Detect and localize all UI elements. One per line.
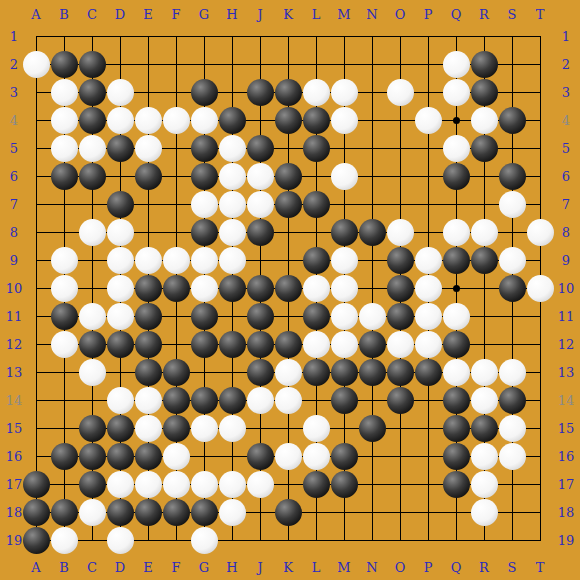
col-label-top: E	[143, 8, 153, 21]
white-stone-R18	[471, 499, 498, 526]
white-stone-B10	[51, 275, 78, 302]
white-stone-J17	[247, 471, 274, 498]
white-stone-S13	[499, 359, 526, 386]
white-stone-D3	[107, 79, 134, 106]
white-stone-B9	[51, 247, 78, 274]
col-label-top: Q	[451, 8, 462, 21]
black-stone-D12	[107, 331, 134, 358]
col-label-top: K	[283, 8, 293, 21]
black-stone-L11	[303, 303, 330, 330]
white-stone-J6	[247, 163, 274, 190]
col-label-bottom: B	[59, 561, 69, 574]
white-stone-M10	[331, 275, 358, 302]
col-label-top: C	[87, 8, 97, 21]
black-stone-R15	[471, 415, 498, 442]
white-stone-K14	[275, 387, 302, 414]
row-label-right: 8	[562, 226, 570, 239]
white-stone-H8	[219, 219, 246, 246]
row-label-left: 18	[6, 506, 23, 519]
white-stone-E4	[135, 107, 162, 134]
black-stone-J11	[247, 303, 274, 330]
black-stone-E18	[135, 499, 162, 526]
black-stone-S6	[499, 163, 526, 190]
row-label-right: 2	[562, 58, 570, 71]
white-stone-E14	[135, 387, 162, 414]
white-stone-G4	[191, 107, 218, 134]
white-stone-D8	[107, 219, 134, 246]
col-label-bottom: D	[115, 561, 125, 574]
col-label-bottom: N	[366, 561, 377, 574]
white-stone-J14	[247, 387, 274, 414]
white-stone-G9	[191, 247, 218, 274]
white-stone-F4	[163, 107, 190, 134]
black-stone-N15	[359, 415, 386, 442]
white-stone-D14	[107, 387, 134, 414]
col-label-top: J	[257, 8, 262, 21]
col-label-bottom: G	[199, 561, 209, 574]
black-stone-F10	[163, 275, 190, 302]
black-stone-K18	[275, 499, 302, 526]
black-stone-M14	[331, 387, 358, 414]
white-stone-F16	[163, 443, 190, 470]
white-stone-F17	[163, 471, 190, 498]
black-stone-G6	[191, 163, 218, 190]
row-label-left: 13	[6, 366, 23, 379]
black-stone-B2	[51, 51, 78, 78]
col-label-bottom: P	[424, 561, 433, 574]
row-label-right: 4	[562, 114, 570, 127]
white-stone-H7	[219, 191, 246, 218]
col-label-bottom: S	[508, 561, 517, 574]
white-stone-O12	[387, 331, 414, 358]
white-stone-L15	[303, 415, 330, 442]
white-stone-R16	[471, 443, 498, 470]
white-stone-D4	[107, 107, 134, 134]
white-stone-S15	[499, 415, 526, 442]
white-stone-O3	[387, 79, 414, 106]
black-stone-C4	[79, 107, 106, 134]
white-stone-K16	[275, 443, 302, 470]
white-stone-B5	[51, 135, 78, 162]
black-stone-Q6	[443, 163, 470, 190]
white-stone-B19	[51, 527, 78, 554]
black-stone-N12	[359, 331, 386, 358]
white-stone-G10	[191, 275, 218, 302]
black-stone-M8	[331, 219, 358, 246]
row-label-left: 5	[10, 142, 18, 155]
black-stone-K3	[275, 79, 302, 106]
black-stone-D16	[107, 443, 134, 470]
black-stone-L4	[303, 107, 330, 134]
black-stone-Q15	[443, 415, 470, 442]
black-stone-Q14	[443, 387, 470, 414]
white-stone-H15	[219, 415, 246, 442]
col-label-bottom: K	[283, 561, 293, 574]
white-stone-B4	[51, 107, 78, 134]
black-stone-J13	[247, 359, 274, 386]
white-stone-E9	[135, 247, 162, 274]
black-stone-P13	[415, 359, 442, 386]
white-stone-E17	[135, 471, 162, 498]
white-stone-T8	[527, 219, 554, 246]
row-label-left: 10	[6, 282, 23, 295]
white-stone-T10	[527, 275, 554, 302]
col-label-bottom: L	[312, 561, 321, 574]
row-label-right: 18	[558, 506, 575, 519]
col-label-top: A	[31, 8, 40, 21]
black-stone-H12	[219, 331, 246, 358]
row-label-right: 17	[558, 478, 575, 491]
white-stone-G15	[191, 415, 218, 442]
black-stone-O13	[387, 359, 414, 386]
col-label-top: P	[424, 8, 433, 21]
white-stone-L16	[303, 443, 330, 470]
white-stone-Q8	[443, 219, 470, 246]
black-stone-F14	[163, 387, 190, 414]
black-stone-O14	[387, 387, 414, 414]
col-label-bottom: H	[226, 561, 237, 574]
black-stone-L5	[303, 135, 330, 162]
white-stone-M3	[331, 79, 358, 106]
black-stone-E6	[135, 163, 162, 190]
row-label-left: 6	[10, 170, 18, 183]
row-label-left: 17	[6, 478, 23, 491]
black-stone-G18	[191, 499, 218, 526]
black-stone-Q12	[443, 331, 470, 358]
white-stone-R14	[471, 387, 498, 414]
white-stone-Q3	[443, 79, 470, 106]
black-stone-C2	[79, 51, 106, 78]
row-label-left: 3	[10, 86, 18, 99]
white-stone-P10	[415, 275, 442, 302]
black-stone-F18	[163, 499, 190, 526]
col-label-bottom: T	[536, 561, 545, 574]
white-stone-M4	[331, 107, 358, 134]
col-label-top: T	[536, 8, 545, 21]
black-stone-A18	[23, 499, 50, 526]
col-label-bottom: C	[87, 561, 97, 574]
row-label-right: 9	[562, 254, 570, 267]
black-stone-K7	[275, 191, 302, 218]
black-stone-G8	[191, 219, 218, 246]
row-label-left: 14	[6, 394, 23, 407]
white-stone-B12	[51, 331, 78, 358]
white-stone-M9	[331, 247, 358, 274]
row-label-right: 15	[558, 422, 575, 435]
black-stone-C12	[79, 331, 106, 358]
row-label-right: 10	[558, 282, 575, 295]
black-stone-Q16	[443, 443, 470, 470]
row-label-right: 14	[558, 394, 575, 407]
white-stone-Q2	[443, 51, 470, 78]
row-label-left: 11	[6, 310, 23, 323]
col-label-top: R	[479, 8, 489, 21]
row-label-left: 8	[10, 226, 18, 239]
black-stone-H4	[219, 107, 246, 134]
white-stone-C8	[79, 219, 106, 246]
black-stone-G3	[191, 79, 218, 106]
black-stone-C15	[79, 415, 106, 442]
black-stone-Q9	[443, 247, 470, 274]
white-stone-M12	[331, 331, 358, 358]
white-stone-B3	[51, 79, 78, 106]
white-stone-Q5	[443, 135, 470, 162]
black-stone-J16	[247, 443, 274, 470]
black-stone-E13	[135, 359, 162, 386]
white-stone-P9	[415, 247, 442, 274]
black-stone-C3	[79, 79, 106, 106]
col-label-bottom: F	[171, 561, 180, 574]
black-stone-M16	[331, 443, 358, 470]
black-stone-N13	[359, 359, 386, 386]
white-stone-F9	[163, 247, 190, 274]
col-label-bottom: Q	[451, 561, 462, 574]
black-stone-E11	[135, 303, 162, 330]
white-stone-R4	[471, 107, 498, 134]
black-stone-J8	[247, 219, 274, 246]
black-stone-B11	[51, 303, 78, 330]
star-point-Q4	[453, 117, 460, 124]
black-stone-C16	[79, 443, 106, 470]
black-stone-K6	[275, 163, 302, 190]
white-stone-M11	[331, 303, 358, 330]
black-stone-R3	[471, 79, 498, 106]
black-stone-C17	[79, 471, 106, 498]
black-stone-B18	[51, 499, 78, 526]
row-label-left: 7	[10, 198, 18, 211]
white-stone-C11	[79, 303, 106, 330]
white-stone-R13	[471, 359, 498, 386]
row-label-right: 6	[562, 170, 570, 183]
row-label-right: 13	[558, 366, 575, 379]
black-stone-J10	[247, 275, 274, 302]
white-stone-H6	[219, 163, 246, 190]
white-stone-Q13	[443, 359, 470, 386]
white-stone-D17	[107, 471, 134, 498]
row-label-left: 2	[10, 58, 18, 71]
black-stone-C6	[79, 163, 106, 190]
white-stone-H9	[219, 247, 246, 274]
black-stone-Q17	[443, 471, 470, 498]
white-stone-P4	[415, 107, 442, 134]
black-stone-A17	[23, 471, 50, 498]
black-stone-G11	[191, 303, 218, 330]
black-stone-H14	[219, 387, 246, 414]
white-stone-Q11	[443, 303, 470, 330]
black-stone-A19	[23, 527, 50, 554]
row-label-left: 12	[6, 338, 23, 351]
white-stone-D9	[107, 247, 134, 274]
black-stone-D7	[107, 191, 134, 218]
black-stone-J3	[247, 79, 274, 106]
black-stone-J12	[247, 331, 274, 358]
black-stone-N8	[359, 219, 386, 246]
row-label-left: 4	[10, 114, 18, 127]
black-stone-R2	[471, 51, 498, 78]
row-label-right: 16	[558, 450, 575, 463]
black-stone-S4	[499, 107, 526, 134]
black-stone-F15	[163, 415, 190, 442]
white-stone-G17	[191, 471, 218, 498]
col-label-top: H	[226, 8, 237, 21]
col-label-top: G	[199, 8, 209, 21]
go-board: 1122334455667788991010111112121313141415…	[0, 0, 580, 580]
star-point-Q10	[453, 285, 460, 292]
white-stone-K13	[275, 359, 302, 386]
black-stone-E10	[135, 275, 162, 302]
row-label-right: 1	[562, 30, 570, 43]
black-stone-G12	[191, 331, 218, 358]
col-label-top: N	[366, 8, 377, 21]
black-stone-S10	[499, 275, 526, 302]
row-label-left: 1	[10, 30, 18, 43]
black-stone-S14	[499, 387, 526, 414]
col-label-bottom: E	[143, 561, 153, 574]
white-stone-A2	[23, 51, 50, 78]
black-stone-R9	[471, 247, 498, 274]
black-stone-M17	[331, 471, 358, 498]
row-label-right: 11	[558, 310, 575, 323]
black-stone-G5	[191, 135, 218, 162]
white-stone-S16	[499, 443, 526, 470]
white-stone-M6	[331, 163, 358, 190]
black-stone-F13	[163, 359, 190, 386]
row-label-right: 5	[562, 142, 570, 155]
black-stone-E12	[135, 331, 162, 358]
white-stone-S7	[499, 191, 526, 218]
row-label-left: 15	[6, 422, 23, 435]
black-stone-L17	[303, 471, 330, 498]
row-label-right: 12	[558, 338, 575, 351]
white-stone-E15	[135, 415, 162, 442]
col-label-bottom: M	[337, 561, 350, 574]
col-label-top: B	[59, 8, 69, 21]
col-label-bottom: A	[31, 561, 40, 574]
black-stone-R5	[471, 135, 498, 162]
white-stone-L12	[303, 331, 330, 358]
col-label-top: D	[115, 8, 125, 21]
black-stone-E16	[135, 443, 162, 470]
black-stone-L7	[303, 191, 330, 218]
white-stone-P11	[415, 303, 442, 330]
white-stone-N11	[359, 303, 386, 330]
black-stone-B16	[51, 443, 78, 470]
black-stone-L13	[303, 359, 330, 386]
white-stone-S9	[499, 247, 526, 274]
white-stone-P12	[415, 331, 442, 358]
white-stone-L10	[303, 275, 330, 302]
row-label-right: 19	[558, 534, 575, 547]
black-stone-O10	[387, 275, 414, 302]
black-stone-K10	[275, 275, 302, 302]
white-stone-L3	[303, 79, 330, 106]
col-label-top: L	[312, 8, 321, 21]
white-stone-O8	[387, 219, 414, 246]
col-label-top: F	[171, 8, 180, 21]
white-stone-J7	[247, 191, 274, 218]
col-label-bottom: J	[257, 561, 262, 574]
white-stone-C5	[79, 135, 106, 162]
row-label-right: 7	[562, 198, 570, 211]
white-stone-D11	[107, 303, 134, 330]
black-stone-K12	[275, 331, 302, 358]
black-stone-M13	[331, 359, 358, 386]
white-stone-D10	[107, 275, 134, 302]
white-stone-H5	[219, 135, 246, 162]
black-stone-K4	[275, 107, 302, 134]
black-stone-G14	[191, 387, 218, 414]
black-stone-D18	[107, 499, 134, 526]
black-stone-L9	[303, 247, 330, 274]
white-stone-C18	[79, 499, 106, 526]
black-stone-B6	[51, 163, 78, 190]
col-label-top: S	[508, 8, 517, 21]
col-label-bottom: R	[479, 561, 489, 574]
black-stone-H10	[219, 275, 246, 302]
white-stone-C13	[79, 359, 106, 386]
col-label-top: M	[337, 8, 350, 21]
row-label-left: 9	[10, 254, 18, 267]
white-stone-E5	[135, 135, 162, 162]
black-stone-D5	[107, 135, 134, 162]
white-stone-H17	[219, 471, 246, 498]
row-label-left: 19	[6, 534, 23, 547]
white-stone-R17	[471, 471, 498, 498]
white-stone-D19	[107, 527, 134, 554]
white-stone-G7	[191, 191, 218, 218]
row-label-right: 3	[562, 86, 570, 99]
col-label-bottom: O	[395, 561, 406, 574]
row-label-left: 16	[6, 450, 23, 463]
white-stone-G19	[191, 527, 218, 554]
black-stone-O9	[387, 247, 414, 274]
white-stone-R8	[471, 219, 498, 246]
black-stone-D15	[107, 415, 134, 442]
white-stone-H18	[219, 499, 246, 526]
black-stone-O11	[387, 303, 414, 330]
col-label-top: O	[395, 8, 406, 21]
black-stone-J5	[247, 135, 274, 162]
